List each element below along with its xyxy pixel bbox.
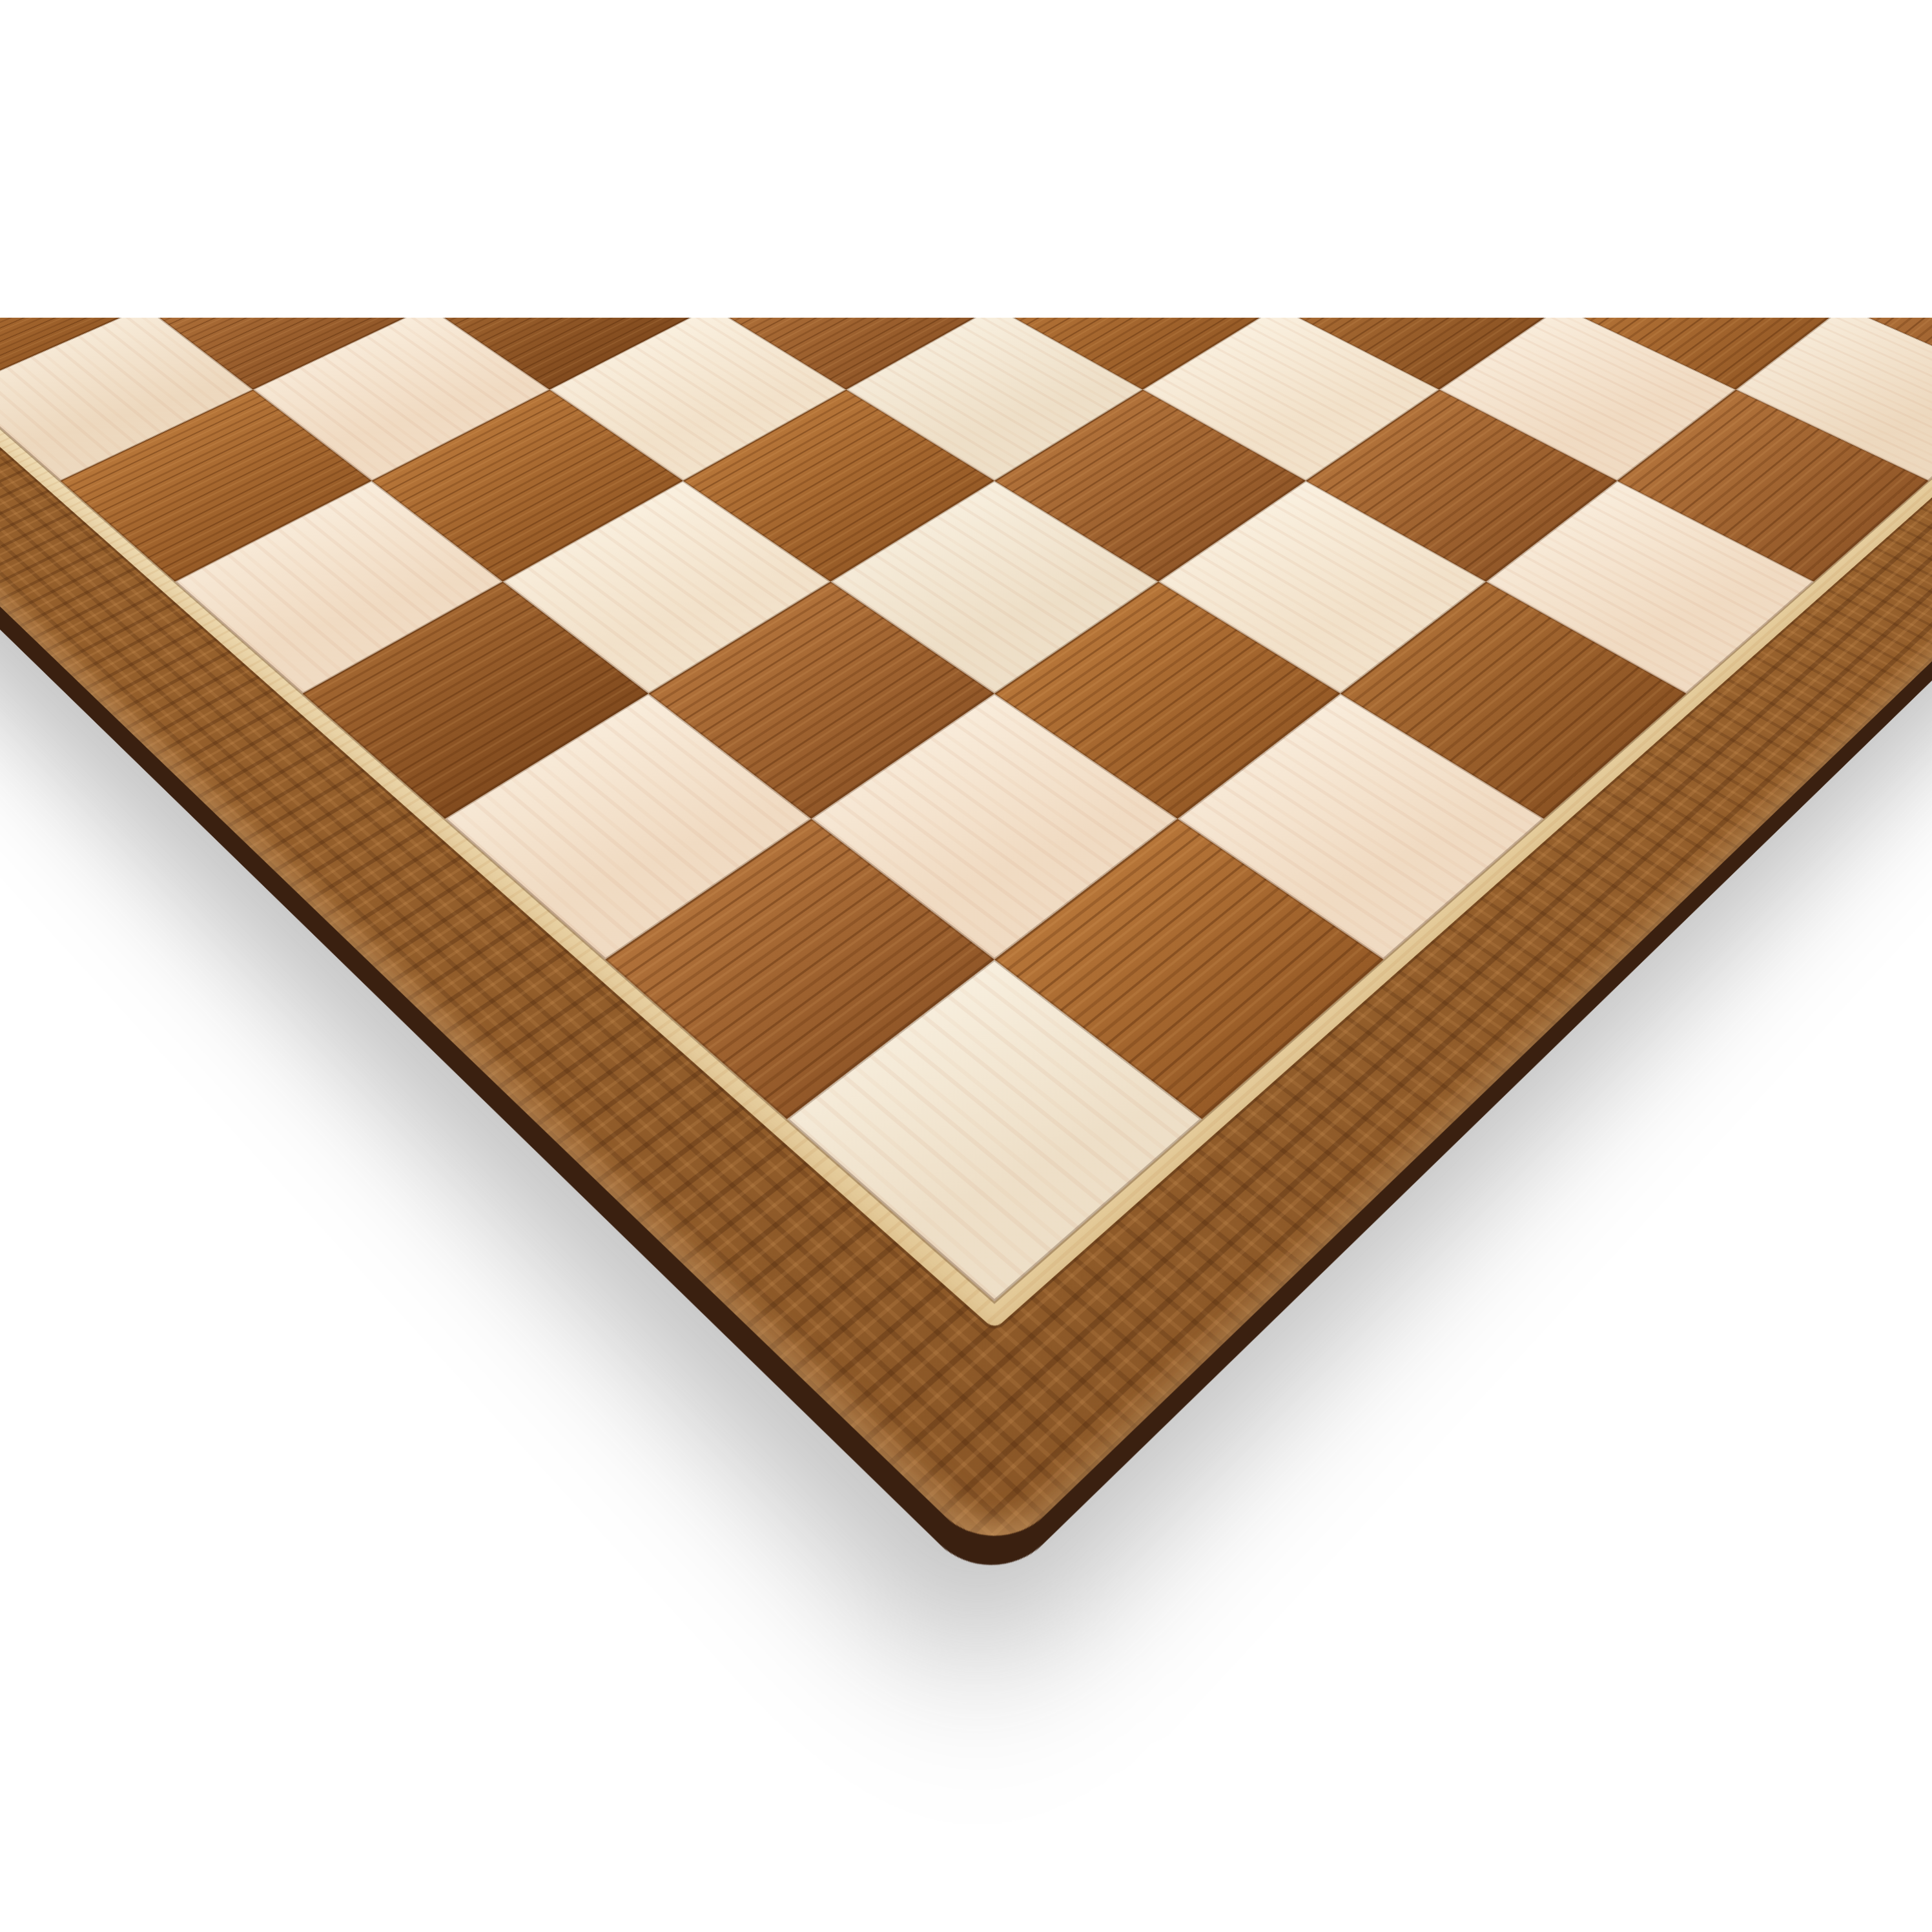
product-photo-stage [0, 0, 1932, 1932]
squares-grid [0, 318, 1932, 1302]
board-crop-region [0, 318, 1932, 1932]
chessboard [0, 318, 1932, 1564]
maple-border-strip [0, 318, 1932, 1330]
